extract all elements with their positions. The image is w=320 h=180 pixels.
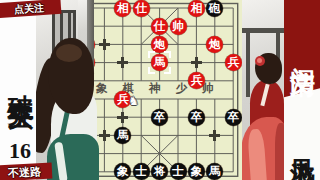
point-marker: [209, 130, 220, 141]
player-name-banner: 闫文清 卜凤波: [284, 0, 320, 180]
piece-glyph: 卒: [227, 110, 239, 125]
piece-red-f5r2[interactable]: 仕: [151, 18, 168, 35]
piece-glyph: 兵: [191, 73, 203, 88]
left-title-panel: 破弃空头 16: [0, 0, 40, 180]
knight-cursor-icon: ♞: [128, 94, 139, 109]
xiangqi-board[interactable]: 象棋神少帅 相仕相砲仕帅車炮炮兵馬兵兵兵卒卒卒卒馬車象士将士象馬 ♞: [76, 0, 244, 180]
piece-glyph: 士: [172, 164, 184, 179]
last-move-corner: [164, 51, 171, 58]
piece-glyph: 士: [135, 164, 147, 179]
piece-glyph: 卒: [191, 110, 203, 125]
left-girl-hair: [48, 38, 94, 114]
player-name-top: 闫文清: [284, 5, 320, 95]
last-move-corner: [148, 51, 155, 58]
piece-black-f5r7[interactable]: 卒: [151, 109, 168, 126]
piece-black-f7r10[interactable]: 象: [188, 163, 205, 180]
piece-glyph: 卒: [154, 110, 166, 125]
last-move-corner: [164, 67, 171, 74]
piece-red-f5r4[interactable]: 馬: [151, 54, 168, 71]
right-girl-skirt: [242, 117, 286, 180]
series-title: 破弃空头: [0, 19, 40, 141]
piece-glyph: 相: [191, 1, 203, 16]
hair-flower-icon: [255, 56, 265, 66]
left-character-scene: [36, 0, 100, 180]
player-name-bottom: 卜凤波: [284, 101, 320, 179]
dont-get-lost-ribbon: 不迷路: [0, 163, 52, 180]
point-marker: [191, 57, 202, 68]
piece-red-f4r1[interactable]: 仕: [133, 0, 150, 17]
point-marker: [117, 112, 128, 123]
piece-glyph: 帅: [172, 19, 184, 34]
piece-glyph: 馬: [117, 128, 129, 143]
piece-glyph: 相: [117, 1, 129, 16]
piece-glyph: 仕: [135, 1, 147, 16]
piece-glyph: 将: [154, 164, 166, 179]
piece-black-f7r7[interactable]: 卒: [188, 109, 205, 126]
door-post: [246, 33, 250, 97]
xiangqi-video-thumbnail: 破弃空头 16 象棋神少帅 相仕相砲仕帅車炮炮兵馬兵兵兵卒卒卒卒馬車象士将士象馬…: [0, 0, 320, 180]
piece-glyph: 砲: [209, 1, 221, 16]
last-move-corner: [148, 67, 155, 74]
piece-black-f4r10[interactable]: 士: [133, 163, 150, 180]
right-character-scene: [242, 0, 286, 180]
piece-red-f9r4[interactable]: 兵: [225, 54, 242, 71]
episode-number: 16: [0, 138, 40, 164]
piece-red-f7r1[interactable]: 相: [188, 0, 205, 17]
piece-black-f6r10[interactable]: 士: [170, 163, 187, 180]
piece-glyph: 炮: [154, 37, 166, 52]
left-girl-skirt: [47, 134, 99, 180]
piece-glyph: 兵: [117, 92, 129, 107]
piece-black-f9r7[interactable]: 卒: [225, 109, 242, 126]
piece-black-f5r10[interactable]: 将: [151, 163, 168, 180]
piece-red-f3r1[interactable]: 相: [114, 0, 131, 17]
piece-glyph: 馬: [209, 164, 221, 179]
piece-glyph: 炮: [209, 37, 221, 52]
piece-glyph: 兵: [227, 55, 239, 70]
piece-red-f6r2[interactable]: 帅: [170, 18, 187, 35]
piece-glyph: 仕: [154, 19, 166, 34]
point-marker: [99, 130, 110, 141]
piece-glyph: 象: [117, 164, 129, 179]
piece-black-f8r1[interactable]: 砲: [206, 0, 223, 17]
point-marker: [117, 57, 128, 68]
point-marker: [99, 39, 110, 50]
piece-glyph: 象: [191, 164, 203, 179]
